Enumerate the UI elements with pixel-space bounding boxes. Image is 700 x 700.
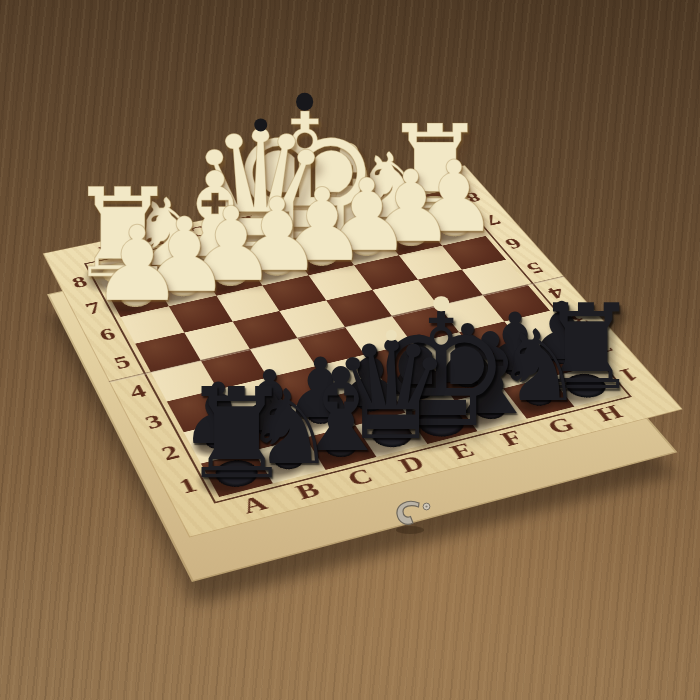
chess-photo-scene: AABBCCDDEEFFGGHH8877665544332211 ♜♞♝♛♚♝♞… [0,0,700,700]
metal-clasp-icon [390,497,436,537]
